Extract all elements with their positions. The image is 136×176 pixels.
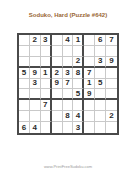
sudoku-cell-r4c8 (95, 68, 106, 79)
sudoku-cell-r7c8 (95, 100, 106, 111)
sudoku-cell-r1c3: 3 (41, 35, 52, 46)
sudoku-cell-r9c2: 4 (30, 122, 41, 133)
sudoku-cell-r3c2 (30, 57, 41, 68)
sudoku-cell-r4c9 (106, 68, 117, 79)
sudoku-cell-r8c5: 8 (63, 111, 74, 122)
sudoku-cell-r5c8: 5 (95, 79, 106, 90)
sudoku-cell-r2c8 (95, 46, 106, 57)
sudoku-cell-r6c2 (30, 89, 41, 100)
sudoku-cell-r3c8: 3 (95, 57, 106, 68)
sudoku-cell-r4c2: 9 (30, 68, 41, 79)
sudoku-cell-r1c2: 2 (30, 35, 41, 46)
sudoku-cell-r2c6 (73, 46, 84, 57)
sudoku-cell-r6c6: 5 (73, 89, 84, 100)
sudoku-cell-r5c4: 9 (52, 79, 63, 90)
sudoku-cell-r2c1 (19, 46, 30, 57)
sudoku-cell-r3c5 (63, 57, 74, 68)
sudoku-cell-r1c7 (84, 35, 95, 46)
sudoku-cell-r6c5 (63, 89, 74, 100)
sudoku-cell-r8c7 (84, 111, 95, 122)
sudoku-cell-r5c6 (73, 79, 84, 90)
sudoku-cell-r7c5 (63, 100, 74, 111)
sudoku-cell-r4c1: 5 (19, 68, 30, 79)
sudoku-cell-r2c2 (30, 46, 41, 57)
sudoku-cell-r4c4: 2 (52, 68, 63, 79)
sudoku-cell-r3c6: 2 (73, 57, 84, 68)
sudoku-cell-r7c1 (19, 100, 30, 111)
sudoku-cell-r3c1 (19, 57, 30, 68)
sudoku-cell-r1c1 (19, 35, 30, 46)
sudoku-cell-r5c1 (19, 79, 30, 90)
footer-url: www.PrintFreeSudoku.com (0, 164, 136, 169)
sudoku-board: 234167239591238739715597842643 (17, 33, 119, 135)
sudoku-cell-r4c3: 1 (41, 68, 52, 79)
sudoku-cell-r8c8 (95, 111, 106, 122)
sudoku-cell-r1c4 (52, 35, 63, 46)
sudoku-cell-r7c4 (52, 100, 63, 111)
sudoku-cell-r1c9: 7 (106, 35, 117, 46)
sudoku-cell-r7c3: 7 (41, 100, 52, 111)
sudoku-cell-r3c9: 9 (106, 57, 117, 68)
sudoku-cell-r5c9 (106, 79, 117, 90)
sudoku-cell-r7c6 (73, 100, 84, 111)
puzzle-title: Soduko, Hard (Puzzle #642) (0, 12, 136, 19)
sudoku-cell-r2c9 (106, 46, 117, 57)
sudoku-cell-r3c4 (52, 57, 63, 68)
sudoku-cell-r9c8 (95, 122, 106, 133)
sudoku-cell-r5c3 (41, 79, 52, 90)
sudoku-cell-r6c3 (41, 89, 52, 100)
sudoku-cell-r9c1: 6 (19, 122, 30, 133)
sudoku-cell-r3c7 (84, 57, 95, 68)
sudoku-cell-r7c9 (106, 100, 117, 111)
sudoku-cell-r6c1 (19, 89, 30, 100)
sudoku-cell-r3c3 (41, 57, 52, 68)
sudoku-cell-r7c7 (84, 100, 95, 111)
sudoku-cell-r9c4 (52, 122, 63, 133)
sudoku-cell-r2c3 (41, 46, 52, 57)
sudoku-cell-r5c5: 7 (63, 79, 74, 90)
sudoku-cell-r8c3 (41, 111, 52, 122)
sudoku-cell-r6c4 (52, 89, 63, 100)
sudoku-cell-r1c8: 6 (95, 35, 106, 46)
sudoku-cell-r9c5 (63, 122, 74, 133)
sudoku-cell-r4c5: 3 (63, 68, 74, 79)
sudoku-cell-r2c7 (84, 46, 95, 57)
sudoku-cell-r6c8 (95, 89, 106, 100)
sudoku-cell-r8c6: 4 (73, 111, 84, 122)
sudoku-cell-r5c2: 3 (30, 79, 41, 90)
sudoku-cell-r2c4 (52, 46, 63, 57)
sudoku-cell-r8c2 (30, 111, 41, 122)
sudoku-cell-r5c7: 1 (84, 79, 95, 90)
sudoku-cell-r6c9 (106, 89, 117, 100)
sudoku-cell-r9c9 (106, 122, 117, 133)
sudoku-cell-r2c5 (63, 46, 74, 57)
sudoku-cell-r4c6: 8 (73, 68, 84, 79)
sudoku-cell-r7c2 (30, 100, 41, 111)
sudoku-cell-r8c1 (19, 111, 30, 122)
sudoku-cell-r1c5: 4 (63, 35, 74, 46)
sudoku-cell-r8c4 (52, 111, 63, 122)
sudoku-cell-r9c6: 3 (73, 122, 84, 133)
sudoku-cell-r1c6: 1 (73, 35, 84, 46)
sudoku-cell-r9c3 (41, 122, 52, 133)
sudoku-cell-r8c9: 2 (106, 111, 117, 122)
sudoku-cell-r6c7: 9 (84, 89, 95, 100)
sudoku-cell-r4c7: 7 (84, 68, 95, 79)
sudoku-cell-r9c7 (84, 122, 95, 133)
